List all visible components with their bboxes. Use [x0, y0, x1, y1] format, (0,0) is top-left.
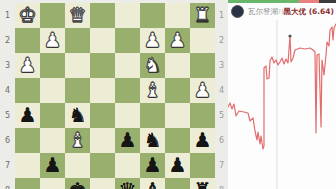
- square-a1[interactable]: ♜: [190, 3, 215, 28]
- white-knight: ♞: [140, 53, 165, 78]
- black-knight: ♞: [65, 103, 90, 128]
- rank-label-2: 2: [0, 28, 15, 53]
- black-bishop: ♝: [140, 178, 165, 189]
- black-queen: ♛: [115, 178, 140, 189]
- white-pawn: ♟: [40, 28, 65, 53]
- square-a8[interactable]: ♜: [190, 178, 215, 189]
- rank-label-6: 6: [0, 128, 15, 153]
- black-king: ♚: [65, 178, 90, 189]
- black-pawn: ♟: [140, 153, 165, 178]
- rank-label-1: 1: [215, 3, 228, 28]
- eval-panel-header: 瓦尔登湖 78分 黑大优 (6.64): [228, 3, 336, 20]
- square-f2[interactable]: [65, 28, 90, 53]
- square-d4[interactable]: [115, 78, 140, 103]
- player-name: 瓦尔登湖: [248, 7, 278, 17]
- square-h6[interactable]: [15, 128, 40, 153]
- square-b7[interactable]: ♟: [165, 153, 190, 178]
- chess-board-area: 12345678 ♚♛♜♟♟♟♟♞♝♟♟♞♝♟♞♟♟♟♟♚♛♝♜ 1234567…: [0, 0, 228, 189]
- screenshot-stage: 12345678 ♚♛♜♟♟♟♟♞♝♟♟♞♝♟♞♟♟♟♟♚♛♝♜ 1234567…: [0, 0, 336, 189]
- square-g3[interactable]: [40, 53, 65, 78]
- rank-label-4: 4: [0, 78, 15, 103]
- square-b8[interactable]: [165, 178, 190, 189]
- square-c8[interactable]: ♝: [140, 178, 165, 189]
- square-h8[interactable]: [15, 178, 40, 189]
- square-h2[interactable]: [15, 28, 40, 53]
- black-pawn: ♟: [165, 153, 190, 178]
- square-d8[interactable]: ♛: [115, 178, 140, 189]
- white-king: ♚: [15, 3, 40, 28]
- square-h3[interactable]: ♟: [15, 53, 40, 78]
- black-pawn: ♟: [40, 153, 65, 178]
- avatar: [231, 5, 244, 18]
- square-h7[interactable]: [15, 153, 40, 178]
- square-e8[interactable]: [90, 178, 115, 189]
- square-c1[interactable]: [140, 3, 165, 28]
- square-b3[interactable]: [165, 53, 190, 78]
- white-queen: ♛: [65, 3, 90, 28]
- white-pawn: ♟: [165, 28, 190, 53]
- square-e3[interactable]: [90, 53, 115, 78]
- square-c2[interactable]: ♟: [140, 28, 165, 53]
- square-e2[interactable]: [90, 28, 115, 53]
- white-bishop: ♝: [65, 128, 90, 153]
- square-h4[interactable]: [15, 78, 40, 103]
- chess-board[interactable]: ♚♛♜♟♟♟♟♞♝♟♟♞♝♟♞♟♟♟♟♚♛♝♜: [15, 3, 215, 189]
- square-c3[interactable]: ♞: [140, 53, 165, 78]
- white-pawn: ♟: [15, 53, 40, 78]
- square-e7[interactable]: [90, 153, 115, 178]
- rank-label-2: 2: [215, 28, 228, 53]
- square-g7[interactable]: ♟: [40, 153, 65, 178]
- square-d5[interactable]: [115, 103, 140, 128]
- square-a5[interactable]: [190, 103, 215, 128]
- rank-label-5: 5: [215, 103, 228, 128]
- square-h5[interactable]: ♟: [15, 103, 40, 128]
- white-pawn: ♟: [140, 28, 165, 53]
- rank-label-5: 5: [0, 103, 15, 128]
- square-g5[interactable]: [40, 103, 65, 128]
- square-c5[interactable]: [140, 103, 165, 128]
- rank-label-3: 3: [215, 53, 228, 78]
- square-f8[interactable]: ♚: [65, 178, 90, 189]
- rank-label-7: 7: [0, 153, 15, 178]
- square-c4[interactable]: ♝: [140, 78, 165, 103]
- rank-labels-left: 12345678: [0, 3, 15, 189]
- eval-chart: [228, 20, 336, 189]
- square-d1[interactable]: [115, 3, 140, 28]
- square-e4[interactable]: [90, 78, 115, 103]
- square-d6[interactable]: ♟: [115, 128, 140, 153]
- square-f3[interactable]: [65, 53, 90, 78]
- square-g6[interactable]: [40, 128, 65, 153]
- square-h1[interactable]: ♚: [15, 3, 40, 28]
- eval-marker-dot: [288, 34, 291, 37]
- square-f5[interactable]: ♞: [65, 103, 90, 128]
- eval-advantage-label: 黑大优 (6.64): [284, 7, 334, 17]
- square-f6[interactable]: ♝: [65, 128, 90, 153]
- square-b1[interactable]: [165, 3, 190, 28]
- white-rook: ♜: [190, 3, 215, 28]
- rank-label-8: 8: [215, 178, 228, 189]
- eval-panel: 瓦尔登湖 78分 黑大优 (6.64): [228, 0, 336, 189]
- square-b4[interactable]: [165, 78, 190, 103]
- square-f1[interactable]: ♛: [65, 3, 90, 28]
- square-d2[interactable]: [115, 28, 140, 53]
- square-e5[interactable]: [90, 103, 115, 128]
- rank-label-6: 6: [215, 128, 228, 153]
- square-c6[interactable]: ♞: [140, 128, 165, 153]
- rank-label-8: 8: [0, 178, 15, 189]
- square-d7[interactable]: [115, 153, 140, 178]
- square-d3[interactable]: [115, 53, 140, 78]
- eval-line: [228, 24, 336, 149]
- square-a4[interactable]: ♟: [190, 78, 215, 103]
- rank-labels-right: 12345678: [215, 3, 228, 189]
- square-c7[interactable]: ♟: [140, 153, 165, 178]
- square-g4[interactable]: [40, 78, 65, 103]
- square-b2[interactable]: ♟: [165, 28, 190, 53]
- black-knight: ♞: [140, 128, 165, 153]
- square-a2[interactable]: [190, 28, 215, 53]
- square-a3[interactable]: [190, 53, 215, 78]
- square-g8[interactable]: [40, 178, 65, 189]
- rank-label-4: 4: [215, 78, 228, 103]
- black-pawn: ♟: [115, 128, 140, 153]
- black-pawn: ♟: [15, 103, 40, 128]
- rank-label-3: 3: [0, 53, 15, 78]
- square-e6[interactable]: [90, 128, 115, 153]
- square-g1[interactable]: [40, 3, 65, 28]
- rank-label-1: 1: [0, 3, 15, 28]
- square-f4[interactable]: [65, 78, 90, 103]
- square-a7[interactable]: [190, 153, 215, 178]
- square-a6[interactable]: ♟: [190, 128, 215, 153]
- square-b5[interactable]: [165, 103, 190, 128]
- square-g2[interactable]: ♟: [40, 28, 65, 53]
- square-b6[interactable]: [165, 128, 190, 153]
- white-bishop: ♝: [140, 78, 165, 103]
- black-rook: ♜: [190, 178, 215, 189]
- rank-label-7: 7: [215, 153, 228, 178]
- white-pawn: ♟: [190, 78, 215, 103]
- black-pawn: ♟: [190, 128, 215, 153]
- square-e1[interactable]: [90, 3, 115, 28]
- square-f7[interactable]: [65, 153, 90, 178]
